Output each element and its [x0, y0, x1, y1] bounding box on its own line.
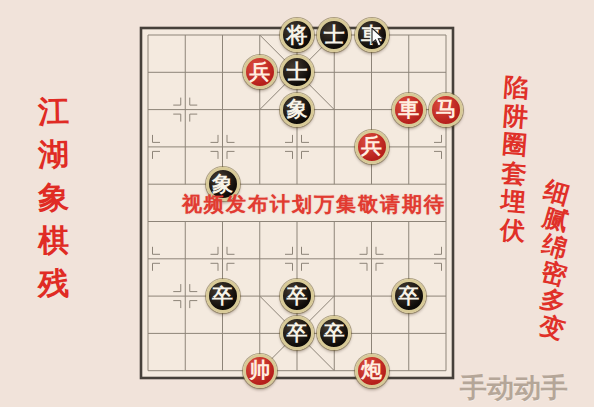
caption-char: 阱 — [502, 102, 529, 132]
piece-black-soldier[interactable]: 卒 — [317, 316, 351, 350]
caption-char: 密 — [538, 257, 569, 290]
piece-red-cannon[interactable]: 炮 — [355, 354, 389, 388]
xiangqi-board[interactable]: 将士車兵士象車马兵象卒卒卒卒卒帅炮 视频发布计划万集敬请期待 — [122, 10, 472, 396]
caption-char: 象 — [38, 176, 70, 220]
caption-char: 埋 — [500, 187, 527, 217]
piece-black-soldier[interactable]: 卒 — [280, 316, 314, 350]
right-caption-traps-text: 陷阱圈套埋伏 — [500, 74, 529, 246]
caption-char: 绵 — [539, 230, 570, 263]
caption-char: 棋 — [38, 219, 70, 263]
piece-black-general[interactable]: 将 — [280, 18, 314, 52]
piece-black-advisor[interactable]: 士 — [317, 18, 351, 52]
caption-char: 陷 — [503, 73, 530, 103]
bottom-watermark-text: 手动动手游 — [460, 370, 594, 407]
screenshot-root: 江湖象棋残 陷阱圈套埋伏 细腻绵密多变 将士車兵士象車马兵象卒卒卒卒卒帅炮 视频… — [0, 0, 594, 407]
caption-char: 腻 — [540, 203, 571, 236]
mouse-cursor-icon — [371, 28, 387, 48]
caption-char: 圈 — [501, 130, 528, 160]
caption-char: 细 — [541, 176, 572, 209]
piece-red-soldier[interactable]: 兵 — [355, 130, 389, 164]
caption-char: 变 — [536, 311, 567, 344]
piece-red-general[interactable]: 帅 — [243, 354, 277, 388]
caption-char: 套 — [501, 159, 528, 189]
piece-red-soldier[interactable]: 兵 — [243, 55, 277, 89]
right-caption-subtlety-text: 细腻绵密多变 — [539, 179, 570, 342]
caption-char: 江 — [38, 90, 70, 134]
piece-red-chariot[interactable]: 車 — [392, 93, 426, 127]
piece-black-elephant[interactable]: 象 — [280, 93, 314, 127]
caption-char: 多 — [537, 284, 568, 317]
piece-black-soldier[interactable]: 卒 — [206, 279, 240, 313]
piece-black-soldier[interactable]: 卒 — [280, 279, 314, 313]
caption-char: 残 — [38, 262, 70, 306]
piece-red-horse[interactable]: 马 — [429, 93, 463, 127]
left-caption-text: 江湖象棋残 — [38, 90, 69, 305]
caption-char: 湖 — [38, 133, 70, 177]
caption-char: 伏 — [499, 216, 526, 246]
piece-black-advisor[interactable]: 士 — [280, 55, 314, 89]
river-watermark-text: 视频发布计划万集敬请期待 — [174, 191, 454, 218]
piece-black-soldier[interactable]: 卒 — [392, 279, 426, 313]
